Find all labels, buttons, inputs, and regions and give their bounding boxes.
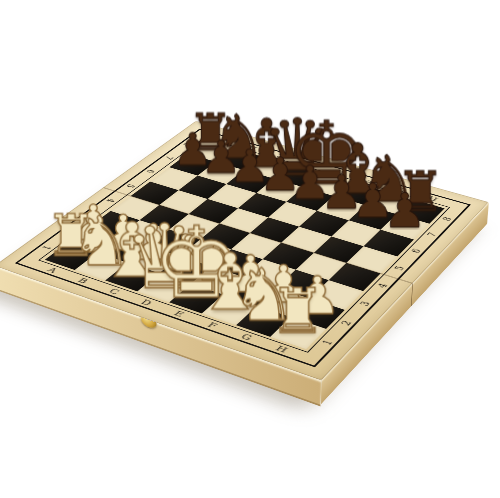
scene: ABCDEFGH ABCDEFGH 87654321 87654321 ♜♞♝♛… bbox=[0, 0, 500, 498]
piece-white-pawn: ♟ bbox=[252, 269, 382, 313]
piece-white-pawn: ♟ bbox=[219, 258, 348, 302]
piece-white-pawn: ♟ bbox=[123, 227, 248, 269]
piece-white-rook: ♜ bbox=[232, 280, 365, 333]
chess-board-box: ABCDEFGH ABCDEFGH 87654321 87654321 ♜♞♝♛… bbox=[0, 121, 489, 381]
piece-white-pawn: ♟ bbox=[154, 237, 280, 280]
piece-white-knight: ♞ bbox=[198, 260, 329, 321]
piece-white-bishop: ♝ bbox=[165, 243, 295, 309]
fold-notch bbox=[411, 283, 413, 307]
piece-white-pawn: ♟ bbox=[186, 248, 313, 291]
product-photo-background: ABCDEFGH ABCDEFGH 87654321 87654321 ♜♞♝♛… bbox=[0, 0, 500, 498]
